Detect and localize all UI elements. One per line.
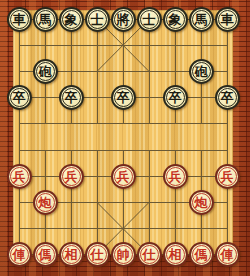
piece-character: 傌 — [195, 248, 208, 261]
board-point: 象 — [162, 6, 188, 32]
piece-character: 俥 — [13, 248, 26, 261]
piece-character: 卒 — [13, 91, 26, 104]
black-chariot[interactable]: 車 — [215, 7, 240, 32]
black-cannon[interactable]: 砲 — [189, 59, 214, 84]
board-point: 將 — [110, 6, 136, 32]
board-point: 兵 — [162, 163, 188, 189]
black-horse[interactable]: 馬 — [33, 7, 58, 32]
piece-character: 砲 — [195, 64, 208, 77]
piece-character: 帥 — [117, 248, 130, 261]
board-point: 炮 — [32, 189, 58, 215]
piece-character: 卒 — [221, 91, 234, 104]
red-soldier[interactable]: 兵 — [163, 164, 188, 189]
black-elephant[interactable]: 象 — [59, 7, 84, 32]
piece-character: 炮 — [39, 195, 52, 208]
red-general[interactable]: 帥 — [111, 242, 136, 267]
black-soldier[interactable]: 卒 — [215, 85, 240, 110]
board-point: 砲 — [188, 58, 214, 84]
board-point: 卒 — [162, 85, 188, 111]
black-advisor[interactable]: 士 — [137, 7, 162, 32]
piece-character: 士 — [91, 12, 104, 25]
red-elephant[interactable]: 相 — [59, 242, 84, 267]
red-advisor[interactable]: 仕 — [85, 242, 110, 267]
red-soldier[interactable]: 兵 — [111, 164, 136, 189]
red-horse[interactable]: 傌 — [33, 242, 58, 267]
black-general[interactable]: 將 — [111, 7, 136, 32]
xiangqi-board: 車馬象士將士象馬車砲砲卒卒卒卒卒兵兵兵兵兵炮炮俥傌相仕帥仕相傌俥 — [0, 0, 250, 276]
piece-character: 卒 — [65, 91, 78, 104]
piece-character: 傌 — [39, 248, 52, 261]
board-point: 卒 — [58, 85, 84, 111]
board-point: 砲 — [32, 58, 58, 84]
red-soldier[interactable]: 兵 — [7, 164, 32, 189]
board-point: 相 — [162, 242, 188, 268]
piece-character: 兵 — [13, 169, 26, 182]
red-cannon[interactable]: 炮 — [189, 190, 214, 215]
board-point: 馬 — [188, 6, 214, 32]
piece-character: 象 — [65, 12, 78, 25]
red-horse[interactable]: 傌 — [189, 242, 214, 267]
black-elephant[interactable]: 象 — [163, 7, 188, 32]
piece-character: 馬 — [195, 12, 208, 25]
board-point: 車 — [214, 6, 240, 32]
piece-character: 車 — [221, 12, 234, 25]
piece-character: 卒 — [117, 91, 130, 104]
black-soldier[interactable]: 卒 — [111, 85, 136, 110]
board-point: 兵 — [214, 163, 240, 189]
red-chariot[interactable]: 俥 — [215, 242, 240, 267]
board-point: 傌 — [188, 242, 214, 268]
board-point: 兵 — [110, 163, 136, 189]
piece-character: 兵 — [117, 169, 130, 182]
piece-character: 炮 — [195, 195, 208, 208]
board-point: 士 — [84, 6, 110, 32]
piece-character: 馬 — [39, 12, 52, 25]
piece-character: 仕 — [143, 248, 156, 261]
red-advisor[interactable]: 仕 — [137, 242, 162, 267]
piece-character: 兵 — [65, 169, 78, 182]
piece-character: 象 — [169, 12, 182, 25]
board-point: 帥 — [110, 242, 136, 268]
board-point: 傌 — [32, 242, 58, 268]
black-soldier[interactable]: 卒 — [7, 85, 32, 110]
red-chariot[interactable]: 俥 — [7, 242, 32, 267]
piece-character: 車 — [13, 12, 26, 25]
piece-character: 士 — [143, 12, 156, 25]
piece-character: 卒 — [169, 91, 182, 104]
board-point: 仕 — [84, 242, 110, 268]
red-soldier[interactable]: 兵 — [59, 164, 84, 189]
red-soldier[interactable]: 兵 — [215, 164, 240, 189]
piece-character: 仕 — [91, 248, 104, 261]
board-point: 兵 — [58, 163, 84, 189]
board-point: 馬 — [32, 6, 58, 32]
black-soldier[interactable]: 卒 — [59, 85, 84, 110]
board-point: 俥 — [6, 242, 32, 268]
piece-character: 砲 — [39, 64, 52, 77]
board-point: 兵 — [6, 163, 32, 189]
black-horse[interactable]: 馬 — [189, 7, 214, 32]
red-cannon[interactable]: 炮 — [33, 190, 58, 215]
board-point: 炮 — [188, 189, 214, 215]
board-point: 卒 — [214, 85, 240, 111]
black-chariot[interactable]: 車 — [7, 7, 32, 32]
black-cannon[interactable]: 砲 — [33, 59, 58, 84]
black-soldier[interactable]: 卒 — [163, 85, 188, 110]
board-point: 象 — [58, 6, 84, 32]
board-point: 卒 — [110, 85, 136, 111]
board-point: 仕 — [136, 242, 162, 268]
piece-character: 俥 — [221, 248, 234, 261]
piece-character: 將 — [117, 12, 130, 25]
red-elephant[interactable]: 相 — [163, 242, 188, 267]
board-point: 車 — [6, 6, 32, 32]
piece-character: 相 — [169, 248, 182, 261]
piece-grid: 車馬象士將士象馬車砲砲卒卒卒卒卒兵兵兵兵兵炮炮俥傌相仕帥仕相傌俥 — [6, 6, 240, 268]
board-point: 卒 — [6, 85, 32, 111]
piece-character: 相 — [65, 248, 78, 261]
black-advisor[interactable]: 士 — [85, 7, 110, 32]
board-point: 俥 — [214, 242, 240, 268]
board-point: 相 — [58, 242, 84, 268]
board-point: 士 — [136, 6, 162, 32]
piece-character: 兵 — [221, 169, 234, 182]
piece-character: 兵 — [169, 169, 182, 182]
